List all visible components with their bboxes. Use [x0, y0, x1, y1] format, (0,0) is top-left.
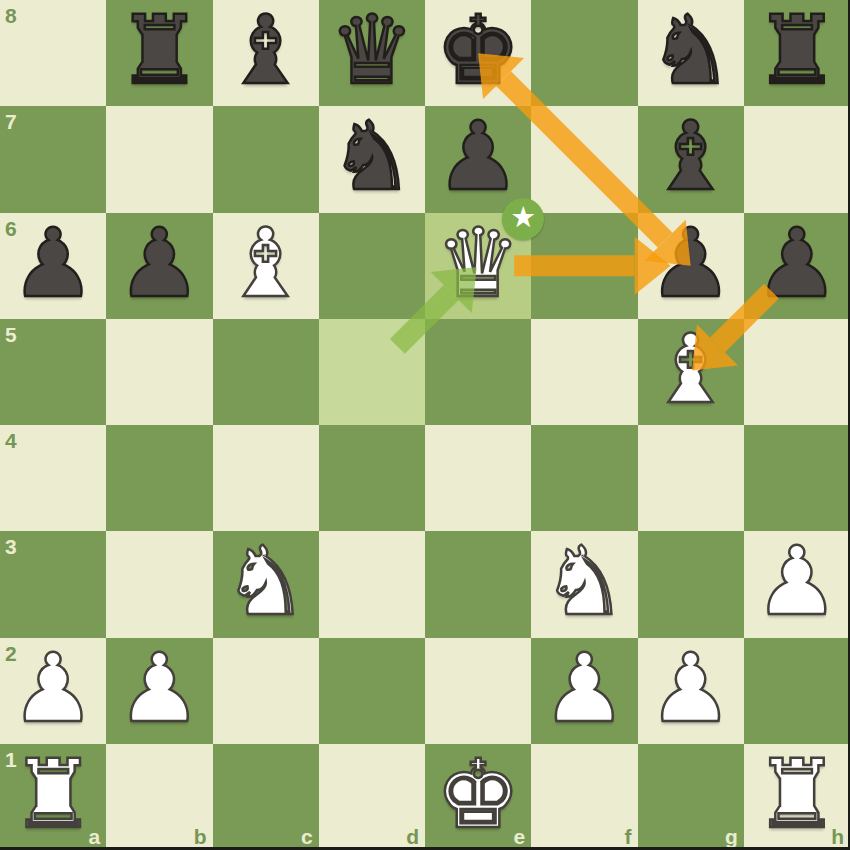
file-label-b: b — [194, 826, 207, 847]
piece-black-rook-h8[interactable]: ♜ — [744, 0, 850, 103]
square-g1[interactable]: g — [638, 744, 744, 850]
piece-black-pawn-e7[interactable]: ♟ — [425, 103, 531, 209]
square-e8[interactable]: ♚ — [425, 0, 531, 106]
square-a2[interactable]: 2♟ — [0, 638, 106, 744]
square-b1[interactable]: b — [106, 744, 212, 850]
rank-label-7: 7 — [5, 111, 17, 132]
square-h1[interactable]: h♜ — [744, 744, 850, 850]
square-d6[interactable] — [319, 213, 425, 319]
square-g5[interactable]: ♝ — [638, 319, 744, 425]
piece-white-knight-f3[interactable]: ♞ — [531, 528, 637, 634]
square-e6[interactable]: ♛ — [425, 213, 531, 319]
square-g2[interactable]: ♟ — [638, 638, 744, 744]
piece-black-queen-d8[interactable]: ♛ — [319, 0, 425, 103]
square-e4[interactable] — [425, 425, 531, 531]
piece-black-rook-b8[interactable]: ♜ — [106, 0, 212, 103]
piece-black-pawn-h6[interactable]: ♟ — [744, 210, 850, 316]
piece-black-king-e8[interactable]: ♚ — [425, 0, 531, 103]
piece-white-queen-e6[interactable]: ♛ — [425, 210, 531, 316]
square-c7[interactable] — [213, 106, 319, 212]
piece-white-bishop-c6[interactable]: ♝ — [213, 210, 319, 316]
square-a7[interactable]: 7 — [0, 106, 106, 212]
piece-white-pawn-g2[interactable]: ♟ — [638, 635, 744, 741]
square-f6[interactable] — [531, 213, 637, 319]
square-g7[interactable]: ♝ — [638, 106, 744, 212]
piece-white-pawn-f2[interactable]: ♟ — [531, 635, 637, 741]
square-h3[interactable]: ♟ — [744, 531, 850, 637]
square-f8[interactable] — [531, 0, 637, 106]
square-e7[interactable]: ♟ — [425, 106, 531, 212]
square-d2[interactable] — [319, 638, 425, 744]
piece-black-pawn-g6[interactable]: ♟ — [638, 210, 744, 316]
square-a8[interactable]: 8 — [0, 0, 106, 106]
square-d4[interactable] — [319, 425, 425, 531]
piece-black-pawn-b6[interactable]: ♟ — [106, 210, 212, 316]
piece-black-pawn-a6[interactable]: ♟ — [0, 210, 106, 316]
square-c4[interactable] — [213, 425, 319, 531]
square-a1[interactable]: 1a♜ — [0, 744, 106, 850]
square-a6[interactable]: 6♟ — [0, 213, 106, 319]
piece-black-knight-g8[interactable]: ♞ — [638, 0, 744, 103]
piece-white-knight-c3[interactable]: ♞ — [213, 528, 319, 634]
rank-label-8: 8 — [5, 5, 17, 26]
square-d7[interactable]: ♞ — [319, 106, 425, 212]
square-f4[interactable] — [531, 425, 637, 531]
square-f5[interactable] — [531, 319, 637, 425]
square-b2[interactable]: ♟ — [106, 638, 212, 744]
square-e1[interactable]: e♚ — [425, 744, 531, 850]
square-c6[interactable]: ♝ — [213, 213, 319, 319]
piece-black-bishop-g7[interactable]: ♝ — [638, 103, 744, 209]
square-g8[interactable]: ♞ — [638, 0, 744, 106]
square-a5[interactable]: 5 — [0, 319, 106, 425]
square-f7[interactable] — [531, 106, 637, 212]
file-label-d: d — [406, 826, 419, 847]
piece-black-bishop-c8[interactable]: ♝ — [213, 0, 319, 103]
square-d8[interactable]: ♛ — [319, 0, 425, 106]
square-f2[interactable]: ♟ — [531, 638, 637, 744]
square-c8[interactable]: ♝ — [213, 0, 319, 106]
square-b7[interactable] — [106, 106, 212, 212]
square-a3[interactable]: 3 — [0, 531, 106, 637]
piece-white-pawn-a2[interactable]: ♟ — [0, 635, 106, 741]
square-c1[interactable]: c — [213, 744, 319, 850]
square-f3[interactable]: ♞ — [531, 531, 637, 637]
square-b4[interactable] — [106, 425, 212, 531]
piece-white-rook-a1[interactable]: ♜ — [0, 741, 106, 847]
square-h5[interactable] — [744, 319, 850, 425]
square-d3[interactable] — [319, 531, 425, 637]
file-label-f: f — [625, 826, 632, 847]
square-b8[interactable]: ♜ — [106, 0, 212, 106]
square-c3[interactable]: ♞ — [213, 531, 319, 637]
square-g4[interactable] — [638, 425, 744, 531]
square-h8[interactable]: ♜ — [744, 0, 850, 106]
square-c2[interactable] — [213, 638, 319, 744]
file-label-c: c — [301, 826, 313, 847]
square-d5[interactable] — [319, 319, 425, 425]
square-g3[interactable] — [638, 531, 744, 637]
rank-label-5: 5 — [5, 324, 17, 345]
square-e2[interactable] — [425, 638, 531, 744]
piece-white-king-e1[interactable]: ♚ — [425, 741, 531, 847]
square-b6[interactable]: ♟ — [106, 213, 212, 319]
square-e5[interactable] — [425, 319, 531, 425]
piece-white-rook-h1[interactable]: ♜ — [744, 741, 850, 847]
piece-white-bishop-g5[interactable]: ♝ — [638, 316, 744, 422]
piece-black-knight-d7[interactable]: ♞ — [319, 103, 425, 209]
square-e3[interactable] — [425, 531, 531, 637]
square-h6[interactable]: ♟ — [744, 213, 850, 319]
file-label-g: g — [725, 826, 738, 847]
piece-white-pawn-h3[interactable]: ♟ — [744, 528, 850, 634]
rank-label-3: 3 — [5, 536, 17, 557]
piece-white-pawn-b2[interactable]: ♟ — [106, 635, 212, 741]
square-h4[interactable] — [744, 425, 850, 531]
square-d1[interactable]: d — [319, 744, 425, 850]
square-h2[interactable] — [744, 638, 850, 744]
square-c5[interactable] — [213, 319, 319, 425]
square-g6[interactable]: ♟ — [638, 213, 744, 319]
square-h7[interactable] — [744, 106, 850, 212]
square-b3[interactable] — [106, 531, 212, 637]
rank-label-4: 4 — [5, 430, 17, 451]
chess-board: 8♜♝♛♚♞♜7♞♟♝6♟♟♝♛♟♟5♝43♞♞♟2♟♟♟♟1a♜bcde♚fg… — [0, 0, 850, 850]
square-a4[interactable]: 4 — [0, 425, 106, 531]
board-squares: 8♜♝♛♚♞♜7♞♟♝6♟♟♝♛♟♟5♝43♞♞♟2♟♟♟♟1a♜bcde♚fg… — [0, 0, 850, 850]
square-b5[interactable] — [106, 319, 212, 425]
square-f1[interactable]: f — [531, 744, 637, 850]
